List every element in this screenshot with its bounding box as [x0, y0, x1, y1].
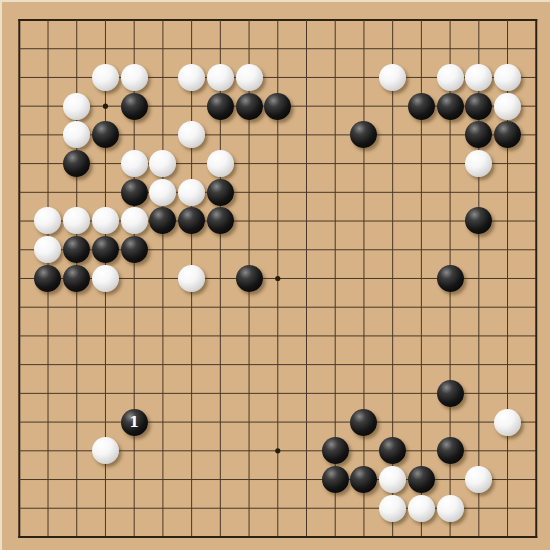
board-intersection[interactable]: [464, 350, 493, 379]
board-intersection[interactable]: [263, 34, 292, 63]
board-intersection[interactable]: [292, 6, 321, 35]
board-intersection[interactable]: [321, 34, 350, 63]
board-intersection[interactable]: [493, 408, 522, 437]
board-intersection[interactable]: [120, 178, 149, 207]
board-intersection[interactable]: [263, 322, 292, 351]
board-intersection[interactable]: [350, 436, 379, 465]
board-intersection[interactable]: [206, 436, 235, 465]
board-intersection[interactable]: [5, 494, 34, 523]
board-intersection[interactable]: [177, 523, 206, 550]
board-intersection[interactable]: [120, 207, 149, 236]
board-intersection[interactable]: [235, 322, 264, 351]
board-intersection[interactable]: [464, 494, 493, 523]
board-intersection[interactable]: [91, 322, 120, 351]
board-intersection[interactable]: [321, 92, 350, 121]
board-intersection[interactable]: [493, 92, 522, 121]
board-intersection[interactable]: [235, 178, 264, 207]
board-intersection[interactable]: [436, 92, 465, 121]
board-intersection[interactable]: [378, 92, 407, 121]
board-intersection[interactable]: [235, 207, 264, 236]
board-intersection[interactable]: [493, 523, 522, 550]
board-intersection[interactable]: [321, 149, 350, 178]
board-intersection[interactable]: [235, 235, 264, 264]
board-intersection[interactable]: [522, 465, 550, 494]
board-intersection[interactable]: [148, 494, 177, 523]
board-intersection[interactable]: [321, 322, 350, 351]
board-intersection[interactable]: [522, 322, 550, 351]
board-intersection[interactable]: [321, 436, 350, 465]
board-intersection[interactable]: [493, 436, 522, 465]
board-intersection[interactable]: [5, 436, 34, 465]
board-intersection[interactable]: [350, 494, 379, 523]
board-intersection[interactable]: [206, 379, 235, 408]
board-intersection[interactable]: [263, 6, 292, 35]
board-intersection[interactable]: [177, 120, 206, 149]
board-intersection[interactable]: [407, 465, 436, 494]
board-intersection[interactable]: [34, 120, 63, 149]
board-intersection[interactable]: [177, 264, 206, 293]
board-intersection[interactable]: [34, 264, 63, 293]
board-intersection[interactable]: [62, 207, 91, 236]
board-intersection[interactable]: [91, 465, 120, 494]
board-intersection[interactable]: [148, 379, 177, 408]
board-intersection[interactable]: [263, 149, 292, 178]
board-intersection[interactable]: [120, 465, 149, 494]
board-intersection[interactable]: [292, 350, 321, 379]
board-intersection[interactable]: [292, 465, 321, 494]
board-intersection[interactable]: [206, 34, 235, 63]
board-intersection[interactable]: [5, 379, 34, 408]
board-intersection[interactable]: [235, 293, 264, 322]
board-intersection[interactable]: [263, 408, 292, 437]
board-intersection[interactable]: [378, 235, 407, 264]
board-intersection[interactable]: [378, 465, 407, 494]
board-intersection[interactable]: [62, 63, 91, 92]
board-intersection[interactable]: [522, 436, 550, 465]
board-intersection[interactable]: [350, 6, 379, 35]
board-intersection[interactable]: [263, 465, 292, 494]
board-intersection[interactable]: [321, 207, 350, 236]
board-intersection[interactable]: [493, 207, 522, 236]
board-intersection[interactable]: [34, 34, 63, 63]
board-intersection[interactable]: [493, 235, 522, 264]
board-intersection[interactable]: [464, 178, 493, 207]
board-intersection[interactable]: [522, 350, 550, 379]
board-intersection[interactable]: [493, 293, 522, 322]
board-intersection[interactable]: [493, 120, 522, 149]
board-intersection[interactable]: [91, 63, 120, 92]
board-intersection[interactable]: [91, 34, 120, 63]
board-intersection[interactable]: [378, 408, 407, 437]
board-intersection[interactable]: [34, 63, 63, 92]
board-intersection[interactable]: [91, 264, 120, 293]
board-intersection[interactable]: [206, 92, 235, 121]
board-intersection[interactable]: [436, 379, 465, 408]
board-intersection[interactable]: [378, 523, 407, 550]
board-intersection[interactable]: [34, 465, 63, 494]
board-intersection[interactable]: [235, 350, 264, 379]
board-intersection[interactable]: [62, 34, 91, 63]
board-intersection[interactable]: [5, 322, 34, 351]
board-intersection[interactable]: [464, 149, 493, 178]
board-intersection[interactable]: [407, 523, 436, 550]
board-intersection[interactable]: [34, 235, 63, 264]
board-intersection[interactable]: [120, 63, 149, 92]
board-intersection[interactable]: [62, 92, 91, 121]
board-intersection[interactable]: [263, 235, 292, 264]
board-intersection[interactable]: [235, 149, 264, 178]
board-intersection[interactable]: [464, 379, 493, 408]
board-intersection[interactable]: [120, 322, 149, 351]
board-intersection[interactable]: [436, 63, 465, 92]
board-intersection[interactable]: [206, 293, 235, 322]
board-intersection[interactable]: [34, 6, 63, 35]
board-intersection[interactable]: [62, 6, 91, 35]
board-intersection[interactable]: [464, 322, 493, 351]
board-intersection[interactable]: [436, 322, 465, 351]
board-intersection[interactable]: [436, 149, 465, 178]
board-intersection[interactable]: [522, 264, 550, 293]
board-intersection[interactable]: [148, 264, 177, 293]
board-intersection[interactable]: [206, 120, 235, 149]
board-intersection[interactable]: [321, 63, 350, 92]
board-intersection[interactable]: [120, 293, 149, 322]
board-intersection[interactable]: [263, 63, 292, 92]
board-intersection[interactable]: [522, 523, 550, 550]
board-intersection[interactable]: [321, 350, 350, 379]
board-intersection[interactable]: [148, 63, 177, 92]
board-intersection[interactable]: [350, 322, 379, 351]
board-intersection[interactable]: [177, 178, 206, 207]
board-intersection[interactable]: [5, 6, 34, 35]
board-intersection[interactable]: [522, 63, 550, 92]
board-intersection[interactable]: [62, 293, 91, 322]
board-intersection[interactable]: [91, 350, 120, 379]
board-intersection[interactable]: [34, 293, 63, 322]
board-intersection[interactable]: [5, 34, 34, 63]
board-intersection[interactable]: [177, 322, 206, 351]
board-intersection[interactable]: [206, 178, 235, 207]
board-intersection[interactable]: [263, 178, 292, 207]
board-intersection[interactable]: [493, 63, 522, 92]
board-intersection[interactable]: [91, 178, 120, 207]
board-intersection[interactable]: [91, 120, 120, 149]
board-intersection[interactable]: [493, 494, 522, 523]
board-intersection[interactable]: [263, 293, 292, 322]
board-intersection[interactable]: [235, 63, 264, 92]
board-intersection[interactable]: [350, 408, 379, 437]
board-intersection[interactable]: [436, 465, 465, 494]
board-intersection[interactable]: [407, 350, 436, 379]
board-intersection[interactable]: [321, 120, 350, 149]
board-intersection[interactable]: [235, 408, 264, 437]
board-intersection[interactable]: [378, 264, 407, 293]
board-intersection[interactable]: [407, 436, 436, 465]
board-intersection[interactable]: [407, 494, 436, 523]
board-intersection[interactable]: [378, 350, 407, 379]
board-intersection[interactable]: [378, 379, 407, 408]
board-intersection[interactable]: [292, 293, 321, 322]
board-intersection[interactable]: [321, 523, 350, 550]
board-intersection[interactable]: [292, 207, 321, 236]
board-intersection[interactable]: [378, 63, 407, 92]
board-intersection[interactable]: [464, 436, 493, 465]
board-intersection[interactable]: [91, 92, 120, 121]
board-intersection[interactable]: [321, 264, 350, 293]
board-intersection[interactable]: [177, 207, 206, 236]
board-intersection[interactable]: [436, 207, 465, 236]
board-intersection[interactable]: [62, 178, 91, 207]
board-intersection[interactable]: [148, 120, 177, 149]
board-intersection[interactable]: [378, 293, 407, 322]
board-intersection[interactable]: [62, 322, 91, 351]
board-intersection[interactable]: [407, 235, 436, 264]
board-intersection[interactable]: [62, 379, 91, 408]
board-intersection[interactable]: [407, 178, 436, 207]
board-intersection[interactable]: [5, 350, 34, 379]
board-intersection[interactable]: [235, 436, 264, 465]
board-intersection[interactable]: [120, 523, 149, 550]
board-intersection[interactable]: [378, 207, 407, 236]
board-intersection[interactable]: [177, 63, 206, 92]
board-intersection[interactable]: [148, 350, 177, 379]
board-intersection[interactable]: [263, 264, 292, 293]
board-intersection[interactable]: [522, 293, 550, 322]
board-intersection[interactable]: [522, 6, 550, 35]
board-intersection[interactable]: [436, 494, 465, 523]
board-intersection[interactable]: [292, 379, 321, 408]
board-intersection[interactable]: [321, 379, 350, 408]
board-intersection[interactable]: [436, 178, 465, 207]
board-intersection[interactable]: [292, 235, 321, 264]
board-intersection[interactable]: [91, 523, 120, 550]
board-intersection[interactable]: [464, 235, 493, 264]
board-intersection[interactable]: [120, 264, 149, 293]
board-intersection[interactable]: [120, 350, 149, 379]
board-intersection[interactable]: [235, 120, 264, 149]
board-intersection[interactable]: [5, 264, 34, 293]
board-intersection[interactable]: [464, 408, 493, 437]
board-intersection[interactable]: [436, 408, 465, 437]
board-intersection[interactable]: [91, 207, 120, 236]
board-intersection[interactable]: [177, 235, 206, 264]
board-intersection[interactable]: [321, 494, 350, 523]
board-intersection[interactable]: [177, 408, 206, 437]
board-intersection[interactable]: [407, 293, 436, 322]
board-intersection[interactable]: [407, 34, 436, 63]
board-intersection[interactable]: [493, 350, 522, 379]
board-intersection[interactable]: [464, 6, 493, 35]
board-intersection[interactable]: [206, 322, 235, 351]
board-intersection[interactable]: [34, 178, 63, 207]
board-intersection[interactable]: [148, 408, 177, 437]
board-intersection[interactable]: [148, 34, 177, 63]
board-intersection[interactable]: [407, 379, 436, 408]
board-intersection[interactable]: [321, 6, 350, 35]
board-intersection[interactable]: [148, 149, 177, 178]
board-intersection[interactable]: [321, 235, 350, 264]
board-intersection[interactable]: [206, 494, 235, 523]
board-intersection[interactable]: [177, 34, 206, 63]
board-intersection[interactable]: [464, 523, 493, 550]
board-intersection[interactable]: [148, 6, 177, 35]
board-intersection[interactable]: [263, 92, 292, 121]
board-intersection[interactable]: [493, 322, 522, 351]
board-intersection[interactable]: [436, 264, 465, 293]
board-intersection[interactable]: [235, 523, 264, 550]
board-intersection[interactable]: [235, 379, 264, 408]
board-intersection[interactable]: [522, 235, 550, 264]
board-intersection[interactable]: [292, 408, 321, 437]
board-intersection[interactable]: [148, 523, 177, 550]
board-intersection[interactable]: [148, 207, 177, 236]
board-intersection[interactable]: [464, 264, 493, 293]
board-intersection[interactable]: [235, 92, 264, 121]
board-intersection[interactable]: [120, 494, 149, 523]
board-intersection[interactable]: [5, 408, 34, 437]
board-intersection[interactable]: [493, 6, 522, 35]
board-intersection[interactable]: [62, 436, 91, 465]
board-intersection[interactable]: [5, 63, 34, 92]
board-intersection[interactable]: [5, 523, 34, 550]
board-intersection[interactable]: [34, 350, 63, 379]
board-intersection[interactable]: [522, 494, 550, 523]
board-intersection[interactable]: [464, 34, 493, 63]
board-intersection[interactable]: [5, 92, 34, 121]
board-intersection[interactable]: [378, 149, 407, 178]
board-intersection[interactable]: [120, 379, 149, 408]
board-intersection[interactable]: [148, 92, 177, 121]
board-intersection[interactable]: [34, 408, 63, 437]
board-intersection[interactable]: [5, 235, 34, 264]
board-intersection[interactable]: [493, 379, 522, 408]
board-intersection[interactable]: [522, 120, 550, 149]
board-intersection[interactable]: [436, 34, 465, 63]
board-intersection[interactable]: [292, 149, 321, 178]
board-intersection[interactable]: [91, 436, 120, 465]
board-intersection[interactable]: [350, 235, 379, 264]
board-intersection[interactable]: [350, 63, 379, 92]
board-intersection[interactable]: [148, 322, 177, 351]
board-intersection[interactable]: [292, 178, 321, 207]
board-intersection[interactable]: [34, 523, 63, 550]
board-intersection[interactable]: [177, 494, 206, 523]
board-intersection[interactable]: [120, 235, 149, 264]
board-intersection[interactable]: [5, 120, 34, 149]
board-intersection[interactable]: [436, 436, 465, 465]
board-intersection[interactable]: [522, 149, 550, 178]
board-intersection[interactable]: [436, 235, 465, 264]
board-intersection[interactable]: [34, 149, 63, 178]
board-intersection[interactable]: [321, 408, 350, 437]
board-intersection[interactable]: [91, 379, 120, 408]
board-intersection[interactable]: [378, 34, 407, 63]
board-intersection[interactable]: [464, 63, 493, 92]
board-intersection[interactable]: [436, 293, 465, 322]
board-intersection[interactable]: [62, 465, 91, 494]
board-intersection[interactable]: [522, 408, 550, 437]
board-intersection[interactable]: [206, 235, 235, 264]
board-intersection[interactable]: [5, 149, 34, 178]
board-intersection[interactable]: [378, 120, 407, 149]
board-intersection[interactable]: [493, 149, 522, 178]
board-intersection[interactable]: [263, 120, 292, 149]
board-intersection[interactable]: [5, 178, 34, 207]
board-intersection[interactable]: [206, 6, 235, 35]
board-intersection[interactable]: [5, 465, 34, 494]
board-intersection[interactable]: [206, 264, 235, 293]
board-intersection[interactable]: [177, 92, 206, 121]
board-intersection[interactable]: [522, 34, 550, 63]
board-intersection[interactable]: [407, 207, 436, 236]
board-intersection[interactable]: 1: [120, 408, 149, 437]
board-intersection[interactable]: [407, 6, 436, 35]
board-intersection[interactable]: [321, 465, 350, 494]
board-intersection[interactable]: [407, 92, 436, 121]
board-intersection[interactable]: [350, 120, 379, 149]
board-intersection[interactable]: [292, 436, 321, 465]
board-intersection[interactable]: [177, 293, 206, 322]
board-intersection[interactable]: [235, 6, 264, 35]
board-intersection[interactable]: [350, 523, 379, 550]
board-intersection[interactable]: [62, 149, 91, 178]
board-intersection[interactable]: [148, 465, 177, 494]
board-intersection[interactable]: [120, 92, 149, 121]
board-intersection[interactable]: [120, 436, 149, 465]
board-intersection[interactable]: [148, 235, 177, 264]
board-intersection[interactable]: [436, 6, 465, 35]
board-intersection[interactable]: [350, 34, 379, 63]
board-intersection[interactable]: [62, 408, 91, 437]
board-intersection[interactable]: [378, 322, 407, 351]
board-intersection[interactable]: [350, 264, 379, 293]
board-intersection[interactable]: [436, 523, 465, 550]
board-intersection[interactable]: [206, 149, 235, 178]
board-intersection[interactable]: [235, 465, 264, 494]
board-intersection[interactable]: [206, 350, 235, 379]
board-intersection[interactable]: [91, 293, 120, 322]
board-intersection[interactable]: [5, 207, 34, 236]
board-intersection[interactable]: [91, 494, 120, 523]
board-intersection[interactable]: [62, 120, 91, 149]
board-intersection[interactable]: [407, 120, 436, 149]
board-intersection[interactable]: [177, 436, 206, 465]
board-intersection[interactable]: [407, 322, 436, 351]
board-intersection[interactable]: [321, 293, 350, 322]
board-intersection[interactable]: [235, 34, 264, 63]
board-intersection[interactable]: [206, 207, 235, 236]
board-intersection[interactable]: [177, 465, 206, 494]
board-intersection[interactable]: [493, 465, 522, 494]
board-intersection[interactable]: [177, 6, 206, 35]
board-intersection[interactable]: [263, 207, 292, 236]
board-intersection[interactable]: [350, 92, 379, 121]
board-intersection[interactable]: [148, 178, 177, 207]
board-intersection[interactable]: [464, 293, 493, 322]
board-intersection[interactable]: [321, 178, 350, 207]
board-intersection[interactable]: [34, 379, 63, 408]
board-intersection[interactable]: [206, 465, 235, 494]
board-intersection[interactable]: [292, 34, 321, 63]
board-intersection[interactable]: [91, 408, 120, 437]
board-intersection[interactable]: [522, 379, 550, 408]
board-intersection[interactable]: [292, 264, 321, 293]
board-intersection[interactable]: [407, 264, 436, 293]
board-intersection[interactable]: [206, 408, 235, 437]
board-intersection[interactable]: [91, 149, 120, 178]
board-intersection[interactable]: [292, 120, 321, 149]
board-intersection[interactable]: [235, 264, 264, 293]
